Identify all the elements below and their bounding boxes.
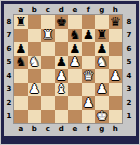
piece-white-pawn: ♟ — [110, 69, 121, 82]
square-a2[interactable] — [14, 96, 28, 110]
square-a5[interactable]: ♞ — [14, 56, 28, 70]
file-label-top-e: e — [68, 6, 82, 15]
square-g5[interactable]: ♞ — [95, 56, 109, 70]
file-label-bottom-b: b — [28, 125, 42, 134]
square-e3[interactable] — [68, 83, 82, 97]
piece-white-pawn: ♟ — [29, 83, 40, 96]
square-a3[interactable] — [14, 83, 28, 97]
file-labels-bottom: abcdefgh — [4, 123, 136, 136]
file-label-bottom-c: c — [41, 125, 55, 134]
square-b2[interactable] — [28, 96, 42, 110]
rank-label-left-3: 3 — [4, 83, 14, 97]
square-d1[interactable] — [55, 110, 69, 124]
piece-white-bishop: ♝ — [56, 83, 67, 96]
chess-board: ♜♚♛♜♞♟♜♟♟♟♞♞♟♟♞♟♛♟♟♝♟♟♚ — [14, 15, 122, 123]
rank-label-left-1: 1 — [4, 110, 14, 124]
file-label-bottom-g: g — [95, 125, 109, 134]
file-label-top-c: c — [41, 6, 55, 15]
square-e1[interactable] — [68, 110, 82, 124]
rank-label-left-6: 6 — [4, 42, 14, 56]
rank-label-right-5: 5 — [122, 56, 136, 70]
file-label-top-g: g — [95, 6, 109, 15]
piece-white-pawn: ♟ — [69, 56, 80, 69]
square-c1[interactable] — [41, 110, 55, 124]
piece-white-rook: ♜ — [42, 29, 53, 42]
file-label-bottom-h: h — [109, 125, 123, 134]
square-g3[interactable]: ♟ — [95, 83, 109, 97]
square-h8[interactable]: ♛ — [109, 15, 123, 29]
file-label-bottom-d: d — [55, 125, 69, 134]
square-f4[interactable]: ♛ — [82, 69, 96, 83]
board-panel: abcdefgh 87654321 ♜♚♛♜♞♟♜♟♟♟♞♞♟♟♞♟♛♟♟♝♟♟… — [4, 4, 136, 136]
square-d8[interactable]: ♚ — [55, 15, 69, 29]
rank-label-left-7: 7 — [4, 29, 14, 43]
square-f1[interactable] — [82, 110, 96, 124]
square-h4[interactable]: ♟ — [109, 69, 123, 83]
file-label-bottom-a: a — [14, 125, 28, 134]
piece-black-king: ♚ — [56, 15, 67, 28]
file-label-top-f: f — [82, 6, 96, 15]
rank-label-left-5: 5 — [4, 56, 14, 70]
square-d3[interactable]: ♝ — [55, 83, 69, 97]
piece-white-knight: ♞ — [96, 56, 107, 69]
square-d2[interactable] — [55, 96, 69, 110]
square-e5[interactable]: ♟ — [68, 56, 82, 70]
piece-white-queen: ♛ — [83, 69, 94, 82]
file-label-bottom-f: f — [82, 125, 96, 134]
piece-black-queen: ♛ — [110, 15, 121, 28]
rank-label-right-4: 4 — [122, 69, 136, 83]
piece-black-rook: ♜ — [15, 15, 26, 28]
piece-white-pawn: ♟ — [96, 83, 107, 96]
board-frame: abcdefgh 87654321 ♜♚♛♜♞♟♜♟♟♟♞♞♟♟♞♟♛♟♟♝♟♟… — [0, 0, 140, 145]
piece-white-knight: ♞ — [29, 56, 40, 69]
square-g1[interactable]: ♚ — [95, 110, 109, 124]
square-h6[interactable] — [109, 42, 123, 56]
square-d7[interactable] — [55, 29, 69, 43]
square-a1[interactable] — [14, 110, 28, 124]
square-b3[interactable]: ♟ — [28, 83, 42, 97]
piece-white-king: ♚ — [96, 110, 107, 123]
piece-white-pawn: ♟ — [83, 96, 94, 109]
rank-label-right-1: 1 — [122, 110, 136, 124]
rank-label-right-8: 8 — [122, 15, 136, 29]
rank-label-right-2: 2 — [122, 96, 136, 110]
rank-labels-right: 87654321 — [122, 15, 136, 123]
square-b8[interactable] — [28, 15, 42, 29]
square-f7[interactable]: ♟ — [82, 29, 96, 43]
square-c4[interactable] — [41, 69, 55, 83]
square-h2[interactable] — [109, 96, 123, 110]
square-e2[interactable] — [68, 96, 82, 110]
file-label-top-b: b — [28, 6, 42, 15]
rank-label-left-4: 4 — [4, 69, 14, 83]
file-label-bottom-e: e — [68, 125, 82, 134]
square-f2[interactable]: ♟ — [82, 96, 96, 110]
square-c2[interactable] — [41, 96, 55, 110]
rank-label-right-6: 6 — [122, 42, 136, 56]
square-h7[interactable] — [109, 29, 123, 43]
rank-label-left-8: 8 — [4, 15, 14, 29]
piece-black-pawn: ♟ — [83, 29, 94, 42]
square-a8[interactable]: ♜ — [14, 15, 28, 29]
rank-label-left-2: 2 — [4, 96, 14, 110]
square-c3[interactable] — [41, 83, 55, 97]
square-a4[interactable] — [14, 69, 28, 83]
rank-label-right-3: 3 — [122, 83, 136, 97]
square-c5[interactable] — [41, 56, 55, 70]
square-f6[interactable] — [82, 42, 96, 56]
piece-black-knight: ♞ — [15, 56, 26, 69]
square-c6[interactable] — [41, 42, 55, 56]
square-h1[interactable] — [109, 110, 123, 124]
square-b5[interactable]: ♞ — [28, 56, 42, 70]
rank-labels-left: 87654321 — [4, 15, 14, 123]
square-b1[interactable] — [28, 110, 42, 124]
square-e4[interactable] — [68, 69, 82, 83]
square-b7[interactable] — [28, 29, 42, 43]
square-c7[interactable]: ♜ — [41, 29, 55, 43]
square-h3[interactable] — [109, 83, 123, 97]
rank-label-right-7: 7 — [122, 29, 136, 43]
